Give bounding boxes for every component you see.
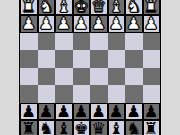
square-d8[interactable]: ♛ (90, 120, 108, 135)
piece-black-pawn[interactable]: ♟ (56, 103, 71, 120)
piece-white-pawn[interactable]: ♟ (21, 15, 36, 32)
square-f2[interactable]: ♟ (55, 15, 73, 33)
piece-black-knight[interactable]: ♞ (126, 120, 141, 135)
piece-white-bishop[interactable]: ♝ (109, 0, 124, 15)
square-g6[interactable] (38, 85, 56, 103)
piece-white-pawn[interactable]: ♟ (39, 15, 54, 32)
square-c7[interactable]: ♟ (108, 103, 126, 121)
square-d7[interactable]: ♟ (90, 103, 108, 121)
square-f8[interactable]: ♝ (55, 120, 73, 135)
square-a6[interactable] (143, 85, 161, 103)
piece-black-pawn[interactable]: ♟ (144, 103, 159, 120)
square-h2[interactable]: ♟ (20, 15, 38, 33)
piece-white-pawn[interactable]: ♟ (109, 15, 124, 32)
square-g1[interactable]: ♞ (38, 0, 56, 15)
piece-black-queen[interactable]: ♛ (91, 120, 106, 135)
square-e2[interactable]: ♟ (73, 15, 91, 33)
square-c4[interactable] (108, 50, 126, 68)
piece-white-rook[interactable]: ♜ (144, 0, 159, 15)
piece-black-bishop[interactable]: ♝ (109, 120, 124, 135)
piece-black-pawn[interactable]: ♟ (74, 103, 89, 120)
square-b8[interactable]: ♞ (125, 120, 143, 135)
piece-black-pawn[interactable]: ♟ (91, 103, 106, 120)
piece-white-pawn[interactable]: ♟ (74, 15, 89, 32)
piece-white-knight[interactable]: ♞ (39, 0, 54, 15)
square-d5[interactable] (90, 68, 108, 86)
piece-white-knight[interactable]: ♞ (126, 0, 141, 15)
square-f4[interactable] (55, 50, 73, 68)
square-b1[interactable]: ♞ (125, 0, 143, 15)
piece-black-pawn[interactable]: ♟ (126, 103, 141, 120)
square-h1[interactable]: ♜ (20, 0, 38, 15)
square-f1[interactable]: ♝ (55, 0, 73, 15)
square-e4[interactable] (73, 50, 91, 68)
square-c3[interactable] (108, 33, 126, 51)
square-d3[interactable] (90, 33, 108, 51)
chess-board: ♜♞♝♚♛♝♞♜♟♟♟♟♟♟♟♟♟♟♟♟♟♟♟♟♜♞♝♚♛♝♞♜ (19, 0, 161, 135)
piece-white-pawn[interactable]: ♟ (91, 15, 106, 32)
square-f3[interactable] (55, 33, 73, 51)
square-b5[interactable] (125, 68, 143, 86)
piece-black-king[interactable]: ♚ (74, 120, 89, 135)
square-b6[interactable] (125, 85, 143, 103)
piece-white-bishop[interactable]: ♝ (56, 0, 71, 15)
square-h8[interactable]: ♜ (20, 120, 38, 135)
square-c6[interactable] (108, 85, 126, 103)
square-f5[interactable] (55, 68, 73, 86)
square-d4[interactable] (90, 50, 108, 68)
square-h6[interactable] (20, 85, 38, 103)
piece-white-queen[interactable]: ♛ (91, 0, 106, 15)
piece-white-rook[interactable]: ♜ (21, 0, 36, 15)
square-h5[interactable] (20, 68, 38, 86)
square-b2[interactable]: ♟ (125, 15, 143, 33)
piece-white-pawn[interactable]: ♟ (56, 15, 71, 32)
square-h3[interactable] (20, 33, 38, 51)
square-f6[interactable] (55, 85, 73, 103)
square-e3[interactable] (73, 33, 91, 51)
piece-black-pawn[interactable]: ♟ (21, 103, 36, 120)
piece-black-knight[interactable]: ♞ (39, 120, 54, 135)
square-a1[interactable]: ♜ (143, 0, 161, 15)
square-g4[interactable] (38, 50, 56, 68)
piece-white-pawn[interactable]: ♟ (126, 15, 141, 32)
square-g7[interactable]: ♟ (38, 103, 56, 121)
square-a4[interactable] (143, 50, 161, 68)
square-b3[interactable] (125, 33, 143, 51)
piece-black-rook[interactable]: ♜ (21, 120, 36, 135)
piece-black-pawn[interactable]: ♟ (109, 103, 124, 120)
square-a3[interactable] (143, 33, 161, 51)
square-d1[interactable]: ♛ (90, 0, 108, 15)
square-g8[interactable]: ♞ (38, 120, 56, 135)
square-g5[interactable] (38, 68, 56, 86)
square-a8[interactable]: ♜ (143, 120, 161, 135)
piece-white-pawn[interactable]: ♟ (144, 15, 159, 32)
square-h7[interactable]: ♟ (20, 103, 38, 121)
piece-white-king[interactable]: ♚ (74, 0, 89, 15)
piece-black-pawn[interactable]: ♟ (39, 103, 54, 120)
square-e1[interactable]: ♚ (73, 0, 91, 15)
square-a2[interactable]: ♟ (143, 15, 161, 33)
square-a5[interactable] (143, 68, 161, 86)
square-e7[interactable]: ♟ (73, 103, 91, 121)
square-d2[interactable]: ♟ (90, 15, 108, 33)
square-e6[interactable] (73, 85, 91, 103)
square-d6[interactable] (90, 85, 108, 103)
square-c5[interactable] (108, 68, 126, 86)
square-b4[interactable] (125, 50, 143, 68)
square-a7[interactable]: ♟ (143, 103, 161, 121)
chess-app-window: ♜♞♝♚♛♝♞♜♟♟♟♟♟♟♟♟♟♟♟♟♟♟♟♟♜♞♝♚♛♝♞♜ (0, 0, 180, 135)
square-b7[interactable]: ♟ (125, 103, 143, 121)
square-g3[interactable] (38, 33, 56, 51)
piece-black-bishop[interactable]: ♝ (56, 120, 71, 135)
square-c8[interactable]: ♝ (108, 120, 126, 135)
square-g2[interactable]: ♟ (38, 15, 56, 33)
square-h4[interactable] (20, 50, 38, 68)
square-e5[interactable] (73, 68, 91, 86)
square-f7[interactable]: ♟ (55, 103, 73, 121)
square-e8[interactable]: ♚ (73, 120, 91, 135)
piece-black-rook[interactable]: ♜ (144, 120, 159, 135)
square-c1[interactable]: ♝ (108, 0, 126, 15)
square-c2[interactable]: ♟ (108, 15, 126, 33)
